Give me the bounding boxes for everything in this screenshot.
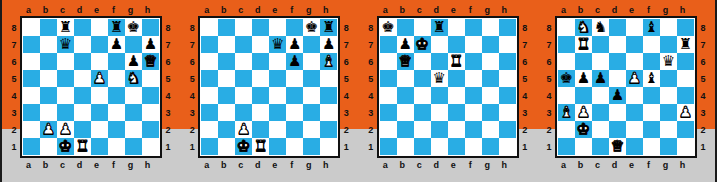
black-king: ♚ [560, 70, 573, 87]
square-a6 [558, 53, 575, 70]
square-e1 [269, 138, 286, 155]
square-c3 [592, 104, 609, 121]
square-g3 [125, 104, 142, 121]
rank-label-2: 2 [365, 121, 377, 138]
square-b7: ♜ [575, 36, 592, 53]
black-pawn: ♟ [594, 70, 607, 87]
label-spacer [365, 158, 377, 171]
black-rook: ♜ [432, 19, 445, 36]
square-g3 [660, 104, 677, 121]
black-king: ♚ [305, 19, 318, 36]
rank-label-8: 8 [186, 19, 198, 36]
label-spacer [513, 3, 525, 16]
square-c8 [414, 19, 431, 36]
file-label-c: c [54, 3, 71, 16]
file-label-h: h [674, 3, 691, 16]
file-label-h: h [317, 158, 334, 171]
square-b4 [40, 87, 57, 104]
black-pawn: ♟ [127, 53, 140, 70]
rank-label-4: 4 [340, 87, 352, 104]
square-c4 [235, 87, 252, 104]
square-g5 [482, 70, 499, 87]
rank-labels-left-board-1: 87654321 [8, 19, 20, 158]
file-label-g: g [657, 3, 674, 16]
square-f5: ♝ [643, 70, 660, 87]
file-label-h: h [496, 3, 513, 16]
rank-label-6: 6 [8, 53, 20, 70]
file-label-c: c [54, 158, 71, 171]
square-d2 [74, 121, 91, 138]
black-pawn: ♟ [611, 87, 624, 104]
square-a8 [201, 19, 218, 36]
square-d1: ♜ [252, 138, 269, 155]
rank-label-8: 8 [340, 19, 352, 36]
square-h3 [499, 104, 516, 121]
square-c6 [235, 53, 252, 70]
square-g6 [482, 53, 499, 70]
file-label-g: g [300, 3, 317, 16]
square-h2 [320, 121, 337, 138]
file-label-b: b [572, 3, 589, 16]
file-label-e: e [266, 3, 283, 16]
rank-label-2: 2 [543, 121, 555, 138]
square-f7 [643, 36, 660, 53]
square-c8: ♞ [592, 19, 609, 36]
square-g6 [303, 53, 320, 70]
label-spacer [691, 3, 703, 16]
square-e3 [448, 104, 465, 121]
square-h4 [320, 87, 337, 104]
square-e6 [269, 53, 286, 70]
file-label-h: h [496, 158, 513, 171]
rank-label-8: 8 [365, 19, 377, 36]
square-g8 [482, 19, 499, 36]
rank-label-3: 3 [519, 104, 531, 121]
black-pawn: ♟ [322, 36, 335, 53]
square-d4: ♟ [609, 87, 626, 104]
white-rook: ♜ [577, 36, 590, 53]
file-label-a: a [20, 3, 37, 16]
square-d8 [609, 19, 626, 36]
label-spacer [186, 3, 198, 16]
square-c6 [414, 53, 431, 70]
square-a4 [558, 87, 575, 104]
label-spacer [365, 3, 377, 16]
square-c1: ♚ [235, 138, 252, 155]
file-label-b: b [37, 3, 54, 16]
square-f7: ♟ [108, 36, 125, 53]
label-spacer [186, 158, 198, 171]
file-label-h: h [139, 3, 156, 16]
file-label-a: a [555, 158, 572, 171]
square-a1 [201, 138, 218, 155]
board-middle-3: 87654321♚♜♟♚♛♜♛87654321 [365, 16, 531, 158]
black-pawn: ♟ [288, 36, 301, 53]
label-spacer [691, 158, 703, 171]
square-g7 [482, 36, 499, 53]
square-h4 [499, 87, 516, 104]
file-labels-bottom-board-4: abcdefgh [543, 158, 709, 171]
square-f6 [108, 53, 125, 70]
square-c7 [592, 36, 609, 53]
rank-label-4: 4 [162, 87, 174, 104]
square-b6 [218, 53, 235, 70]
chess-board-1: abcdefgh87654321♜♜♚♛♟♟♟♛♟♞♟♟♚♜87654321ab… [8, 3, 174, 182]
board-frame-1: ♜♜♚♛♟♟♟♛♟♞♟♟♚♜ [20, 16, 162, 158]
file-label-e: e [445, 3, 462, 16]
rank-label-8: 8 [8, 19, 20, 36]
square-f4 [108, 87, 125, 104]
board-middle-4: 87654321♞♞♝♜♜♛♚♟♟♟♝♟♝♟♟♚♛87654321 [543, 16, 709, 158]
square-g5: ♞ [125, 70, 142, 87]
square-h7 [499, 36, 516, 53]
square-c1 [414, 138, 431, 155]
rank-labels-right-board-4: 87654321 [697, 19, 709, 158]
square-c2 [414, 121, 431, 138]
square-e8 [269, 19, 286, 36]
white-rook: ♜ [254, 138, 267, 155]
square-g4 [125, 87, 142, 104]
square-b4 [218, 87, 235, 104]
square-c5 [414, 70, 431, 87]
square-f1 [286, 138, 303, 155]
rank-label-8: 8 [519, 19, 531, 36]
rank-label-6: 6 [340, 53, 352, 70]
square-f2 [108, 121, 125, 138]
black-queen: ♛ [432, 70, 445, 87]
square-h2 [677, 121, 694, 138]
square-g2 [660, 121, 677, 138]
rank-label-7: 7 [543, 36, 555, 53]
chess-board-2: abcdefgh87654321♚♜♛♟♟♟♝♟♚♜87654321abcdef… [186, 3, 352, 182]
black-queen: ♛ [662, 53, 675, 70]
white-bishop: ♝ [322, 53, 335, 70]
square-c2: ♟ [235, 121, 252, 138]
file-label-f: f [640, 3, 657, 16]
square-b1 [40, 138, 57, 155]
white-knight: ♞ [127, 70, 140, 87]
rank-label-4: 4 [365, 87, 377, 104]
square-h6: ♛ [142, 53, 159, 70]
file-label-f: f [283, 3, 300, 16]
file-label-f: f [462, 3, 479, 16]
square-h5 [142, 70, 159, 87]
file-label-g: g [122, 158, 139, 171]
rank-label-5: 5 [162, 70, 174, 87]
square-e4 [626, 87, 643, 104]
square-e2 [269, 121, 286, 138]
square-g6: ♟ [125, 53, 142, 70]
rank-label-7: 7 [365, 36, 377, 53]
square-b3: ♟ [575, 104, 592, 121]
square-d2 [431, 121, 448, 138]
white-pawn: ♟ [628, 70, 641, 87]
square-h5 [320, 70, 337, 87]
board-grid-1: ♜♜♚♛♟♟♟♛♟♞♟♟♚♜ [23, 19, 159, 155]
square-a3 [23, 104, 40, 121]
square-f3 [465, 104, 482, 121]
square-b5 [40, 70, 57, 87]
rank-label-6: 6 [697, 53, 709, 70]
label-spacer [334, 158, 346, 171]
square-d6 [74, 53, 91, 70]
file-label-h: h [674, 158, 691, 171]
square-b8: ♞ [575, 19, 592, 36]
square-a5 [201, 70, 218, 87]
square-g2 [303, 121, 320, 138]
square-g7 [660, 36, 677, 53]
square-b5 [218, 70, 235, 87]
square-a8 [23, 19, 40, 36]
square-f1 [465, 138, 482, 155]
square-e7 [448, 36, 465, 53]
white-king: ♚ [59, 138, 72, 155]
square-d3 [74, 104, 91, 121]
black-bishop: ♝ [645, 19, 658, 36]
board-frame-4: ♞♞♝♜♜♛♚♟♟♟♝♟♝♟♟♚♛ [555, 16, 697, 158]
rank-label-2: 2 [697, 121, 709, 138]
square-g6: ♛ [660, 53, 677, 70]
square-f7 [465, 36, 482, 53]
white-rook: ♜ [76, 138, 89, 155]
square-e8 [448, 19, 465, 36]
square-d5: ♛ [431, 70, 448, 87]
file-label-b: b [215, 3, 232, 16]
square-g1 [482, 138, 499, 155]
board-middle-1: 87654321♜♜♚♛♟♟♟♛♟♞♟♟♚♜87654321 [8, 16, 174, 158]
white-pawn: ♟ [237, 121, 250, 138]
rank-label-1: 1 [340, 138, 352, 155]
square-b6: ♛ [397, 53, 414, 70]
square-c4 [57, 87, 74, 104]
square-d2 [609, 121, 626, 138]
rank-label-3: 3 [340, 104, 352, 121]
square-b8 [397, 19, 414, 36]
square-d3 [431, 104, 448, 121]
square-c5 [235, 70, 252, 87]
square-f5 [108, 70, 125, 87]
file-label-g: g [122, 3, 139, 16]
file-label-a: a [20, 158, 37, 171]
file-label-f: f [640, 158, 657, 171]
square-h7: ♜ [677, 36, 694, 53]
square-g7 [303, 36, 320, 53]
square-g3 [303, 104, 320, 121]
rank-label-7: 7 [186, 36, 198, 53]
square-d1: ♛ [609, 138, 626, 155]
square-h1 [677, 138, 694, 155]
square-d6 [431, 53, 448, 70]
white-rook: ♜ [449, 53, 462, 70]
square-b7 [218, 36, 235, 53]
square-g8: ♚ [303, 19, 320, 36]
rank-label-7: 7 [697, 36, 709, 53]
white-king: ♚ [415, 36, 428, 53]
square-a4 [23, 87, 40, 104]
square-c4 [414, 87, 431, 104]
rank-label-2: 2 [162, 121, 174, 138]
file-label-g: g [479, 3, 496, 16]
rank-labels-right-board-2: 87654321 [340, 19, 352, 158]
square-a5 [380, 70, 397, 87]
square-a1 [23, 138, 40, 155]
square-h3: ♟ [677, 104, 694, 121]
file-label-a: a [198, 3, 215, 16]
file-label-e: e [623, 3, 640, 16]
square-h8: ♜ [320, 19, 337, 36]
black-bishop: ♝ [645, 70, 658, 87]
square-a5 [23, 70, 40, 87]
square-b2 [397, 121, 414, 138]
square-g3 [482, 104, 499, 121]
label-spacer [543, 158, 555, 171]
square-d1: ♜ [74, 138, 91, 155]
file-label-f: f [462, 158, 479, 171]
square-a6 [380, 53, 397, 70]
file-label-g: g [479, 158, 496, 171]
black-rook: ♜ [679, 36, 692, 53]
rank-label-7: 7 [340, 36, 352, 53]
square-e2 [91, 121, 108, 138]
square-f3 [643, 104, 660, 121]
square-b3 [397, 104, 414, 121]
square-f1 [108, 138, 125, 155]
square-e5: ♟ [626, 70, 643, 87]
square-b7: ♟ [397, 36, 414, 53]
square-e5 [269, 70, 286, 87]
square-g2 [482, 121, 499, 138]
square-g1 [125, 138, 142, 155]
black-king: ♚ [381, 19, 394, 36]
square-e1 [626, 138, 643, 155]
rank-label-4: 4 [519, 87, 531, 104]
square-c8: ♜ [57, 19, 74, 36]
square-e4 [91, 87, 108, 104]
white-pawn: ♟ [577, 104, 590, 121]
square-h5 [499, 70, 516, 87]
file-label-c: c [232, 3, 249, 16]
square-h8 [142, 19, 159, 36]
file-label-h: h [139, 158, 156, 171]
rank-label-1: 1 [697, 138, 709, 155]
square-a3: ♝ [558, 104, 575, 121]
square-c7: ♛ [57, 36, 74, 53]
square-c8 [235, 19, 252, 36]
square-a8 [558, 19, 575, 36]
board-grid-2: ♚♜♛♟♟♟♝♟♚♜ [201, 19, 337, 155]
file-label-d: d [606, 3, 623, 16]
square-h2 [142, 121, 159, 138]
square-b1 [575, 138, 592, 155]
file-label-a: a [555, 3, 572, 16]
square-h6 [677, 53, 694, 70]
square-a3 [380, 104, 397, 121]
square-a4 [201, 87, 218, 104]
rank-labels-left-board-3: 87654321 [365, 19, 377, 158]
square-a4 [380, 87, 397, 104]
diagram-strip: abcdefgh87654321♜♜♚♛♟♟♟♛♟♞♟♟♚♜87654321ab… [0, 0, 717, 182]
rank-label-3: 3 [365, 104, 377, 121]
rank-label-8: 8 [697, 19, 709, 36]
square-b2 [218, 121, 235, 138]
square-g7 [125, 36, 142, 53]
label-spacer [8, 158, 20, 171]
board-middle-2: 87654321♚♜♛♟♟♟♝♟♚♜87654321 [186, 16, 352, 158]
square-d3 [609, 104, 626, 121]
square-a3 [201, 104, 218, 121]
rank-label-5: 5 [340, 70, 352, 87]
square-b4 [397, 87, 414, 104]
square-a2 [201, 121, 218, 138]
square-h3 [142, 104, 159, 121]
white-pawn: ♟ [93, 70, 106, 87]
file-label-d: d [71, 158, 88, 171]
square-f3 [286, 104, 303, 121]
rank-label-4: 4 [8, 87, 20, 104]
square-c2 [592, 121, 609, 138]
file-label-c: c [232, 158, 249, 171]
black-pawn: ♟ [577, 70, 590, 87]
square-f7: ♟ [286, 36, 303, 53]
square-e7: ♛ [269, 36, 286, 53]
square-b5 [397, 70, 414, 87]
file-label-e: e [88, 3, 105, 16]
file-labels-top-board-2: abcdefgh [186, 3, 352, 16]
square-g5 [660, 70, 677, 87]
file-label-d: d [71, 3, 88, 16]
white-bishop: ♝ [560, 104, 573, 121]
white-queen: ♛ [144, 53, 157, 70]
square-e2 [448, 121, 465, 138]
file-label-e: e [266, 158, 283, 171]
square-c6 [592, 53, 609, 70]
rank-label-3: 3 [543, 104, 555, 121]
file-label-d: d [606, 158, 623, 171]
black-pawn: ♟ [288, 53, 301, 70]
rank-labels-left-board-4: 87654321 [543, 19, 555, 158]
file-labels-top-board-3: abcdefgh [365, 3, 531, 16]
square-d8: ♜ [431, 19, 448, 36]
file-label-a: a [377, 3, 394, 16]
square-b1 [218, 138, 235, 155]
square-e8 [91, 19, 108, 36]
square-a6 [23, 53, 40, 70]
file-label-g: g [300, 158, 317, 171]
square-d5 [609, 70, 626, 87]
rank-label-8: 8 [162, 19, 174, 36]
rank-label-1: 1 [186, 138, 198, 155]
square-e7 [626, 36, 643, 53]
square-d5 [252, 70, 269, 87]
square-f2 [643, 121, 660, 138]
rank-label-2: 2 [519, 121, 531, 138]
square-e5 [448, 70, 465, 87]
rank-label-6: 6 [543, 53, 555, 70]
white-pawn: ♟ [59, 121, 72, 138]
square-h1 [320, 138, 337, 155]
square-c1 [592, 138, 609, 155]
white-queen: ♛ [611, 138, 624, 155]
square-c7: ♚ [414, 36, 431, 53]
black-queen: ♛ [271, 36, 284, 53]
rank-label-1: 1 [8, 138, 20, 155]
square-g8 [660, 19, 677, 36]
square-a2 [23, 121, 40, 138]
file-label-d: d [428, 158, 445, 171]
square-e4 [448, 87, 465, 104]
file-label-c: c [411, 3, 428, 16]
rank-label-2: 2 [186, 121, 198, 138]
